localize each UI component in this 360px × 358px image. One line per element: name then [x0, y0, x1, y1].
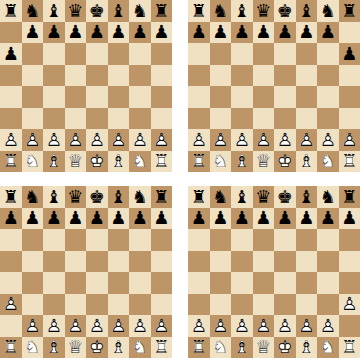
square-h4[interactable] [339, 86, 360, 108]
square-a3[interactable] [188, 108, 210, 130]
square-g2[interactable]: ♟♙ [317, 129, 339, 151]
square-c7[interactable]: ♟ [43, 208, 65, 230]
square-d3[interactable] [65, 294, 87, 316]
square-b2[interactable]: ♟♙ [210, 315, 232, 337]
square-g2[interactable]: ♟♙ [129, 315, 151, 337]
white-king-icon: ♚♔ [277, 338, 293, 356]
square-h6[interactable] [151, 43, 173, 65]
square-b4[interactable] [22, 86, 44, 108]
white-rook-icon: ♜♖ [3, 338, 19, 356]
square-c6[interactable] [43, 43, 65, 65]
square-g5[interactable] [129, 251, 151, 273]
square-c7[interactable]: ♟ [231, 22, 253, 44]
square-f1[interactable]: ♝♗ [296, 151, 318, 173]
square-g4[interactable] [129, 86, 151, 108]
square-c5[interactable] [231, 251, 253, 273]
square-a6[interactable] [188, 229, 210, 251]
square-c3[interactable] [231, 294, 253, 316]
square-c2[interactable]: ♟♙ [231, 129, 253, 151]
square-f7[interactable]: ♟ [296, 208, 318, 230]
square-b1[interactable]: ♞♘ [210, 151, 232, 173]
black-pawn-icon: ♟ [67, 23, 83, 41]
white-pawn-icon: ♟♙ [191, 131, 207, 149]
square-d6[interactable] [65, 43, 87, 65]
square-d2[interactable]: ♟♙ [253, 315, 275, 337]
square-h1[interactable]: ♜♖ [339, 151, 360, 173]
square-g1[interactable]: ♞♘ [129, 337, 151, 358]
square-a8[interactable]: ♜ [188, 186, 210, 208]
square-h7[interactable]: ♟ [151, 208, 173, 230]
square-d7[interactable]: ♟ [65, 208, 87, 230]
square-a3[interactable]: ♟♙ [0, 294, 22, 316]
square-a3[interactable] [188, 294, 210, 316]
square-d8[interactable]: ♛ [253, 186, 275, 208]
square-g1[interactable]: ♞♘ [317, 337, 339, 358]
square-a5[interactable] [188, 65, 210, 87]
square-e1[interactable]: ♚♔ [86, 151, 108, 173]
square-g2[interactable]: ♟♙ [129, 129, 151, 151]
square-f4[interactable] [296, 272, 318, 294]
square-b3[interactable] [22, 294, 44, 316]
square-e2[interactable]: ♟♙ [86, 315, 108, 337]
square-b8[interactable]: ♞ [22, 0, 44, 22]
square-h8[interactable]: ♜ [339, 186, 360, 208]
square-b5[interactable] [22, 251, 44, 273]
square-f3[interactable] [108, 294, 130, 316]
square-b1[interactable]: ♞♘ [22, 151, 44, 173]
square-d5[interactable] [65, 65, 87, 87]
square-b5[interactable] [22, 65, 44, 87]
square-h8[interactable]: ♜ [151, 186, 173, 208]
square-e2[interactable]: ♟♙ [274, 315, 296, 337]
square-e3[interactable] [86, 108, 108, 130]
square-f5[interactable] [296, 65, 318, 87]
square-c8[interactable]: ♝ [43, 0, 65, 22]
square-g8[interactable]: ♞ [129, 0, 151, 22]
square-b4[interactable] [210, 86, 232, 108]
square-h7[interactable] [339, 22, 360, 44]
square-a2[interactable]: ♟♙ [0, 129, 22, 151]
square-a3[interactable] [0, 108, 22, 130]
black-rook-icon: ♜ [341, 2, 357, 20]
square-g5[interactable] [317, 251, 339, 273]
square-g4[interactable] [129, 272, 151, 294]
square-g5[interactable] [129, 65, 151, 87]
square-d5[interactable] [65, 251, 87, 273]
square-b1[interactable]: ♞♘ [22, 337, 44, 358]
square-f6[interactable] [296, 229, 318, 251]
square-b2[interactable]: ♟♙ [22, 129, 44, 151]
square-c3[interactable] [43, 108, 65, 130]
square-d2[interactable]: ♟♙ [65, 315, 87, 337]
white-rook-icon: ♜♖ [153, 338, 169, 356]
white-pawn-icon: ♟♙ [24, 317, 40, 335]
square-e4[interactable] [86, 272, 108, 294]
square-f6[interactable] [108, 229, 130, 251]
square-h2[interactable]: ♟♙ [151, 315, 173, 337]
square-g7[interactable]: ♟ [129, 22, 151, 44]
square-b4[interactable] [210, 272, 232, 294]
square-h4[interactable] [339, 272, 360, 294]
square-e1[interactable]: ♚♔ [274, 151, 296, 173]
square-d8[interactable]: ♛ [65, 186, 87, 208]
square-g7[interactable]: ♟ [317, 208, 339, 230]
square-a4[interactable] [188, 272, 210, 294]
square-b7[interactable]: ♟ [22, 208, 44, 230]
square-h6[interactable]: ♟ [339, 43, 360, 65]
square-e6[interactable] [86, 43, 108, 65]
square-b6[interactable] [22, 229, 44, 251]
chess-boards-grid: ♜♞♝♛♚♝♞♜♟♟♟♟♟♟♟♟♟♙♟♙♟♙♟♙♟♙♟♙♟♙♟♙♜♖♞♘♝♗♛♕… [0, 0, 360, 358]
square-d4[interactable] [65, 86, 87, 108]
square-d8[interactable]: ♛ [65, 0, 87, 22]
square-e8[interactable]: ♚ [274, 186, 296, 208]
square-h5[interactable] [339, 251, 360, 273]
square-b7[interactable]: ♟ [210, 22, 232, 44]
square-b7[interactable]: ♟ [210, 208, 232, 230]
square-e1[interactable]: ♚♔ [86, 337, 108, 358]
black-knight-icon: ♞ [132, 188, 148, 206]
square-h1[interactable]: ♜♖ [151, 337, 173, 358]
square-a4[interactable] [0, 272, 22, 294]
black-pawn-icon: ♟ [132, 23, 148, 41]
white-pawn-icon: ♟♙ [132, 317, 148, 335]
square-b6[interactable] [210, 43, 232, 65]
black-rook-icon: ♜ [153, 188, 169, 206]
square-f7[interactable]: ♟ [108, 22, 130, 44]
black-bishop-icon: ♝ [110, 188, 126, 206]
square-f1[interactable]: ♝♗ [296, 337, 318, 358]
square-f8[interactable]: ♝ [108, 0, 130, 22]
square-g6[interactable] [129, 229, 151, 251]
square-f2[interactable]: ♟♙ [296, 129, 318, 151]
square-d1[interactable]: ♛♕ [65, 151, 87, 173]
square-d1[interactable]: ♛♕ [253, 151, 275, 173]
square-c6[interactable] [231, 43, 253, 65]
square-c2[interactable]: ♟♙ [43, 315, 65, 337]
square-e7[interactable]: ♟ [274, 22, 296, 44]
square-c5[interactable] [43, 65, 65, 87]
square-c1[interactable]: ♝♗ [231, 151, 253, 173]
square-f5[interactable] [108, 251, 130, 273]
square-f8[interactable]: ♝ [296, 186, 318, 208]
square-b3[interactable] [22, 108, 44, 130]
square-f7[interactable]: ♟ [108, 208, 130, 230]
square-a1[interactable]: ♜♖ [0, 151, 22, 173]
square-h8[interactable]: ♜ [151, 0, 173, 22]
square-d7[interactable]: ♟ [253, 22, 275, 44]
square-c6[interactable] [43, 229, 65, 251]
square-e8[interactable]: ♚ [274, 0, 296, 22]
square-e3[interactable] [86, 294, 108, 316]
square-f3[interactable] [296, 294, 318, 316]
square-e2[interactable]: ♟♙ [274, 129, 296, 151]
square-a7[interactable]: ♟ [188, 208, 210, 230]
square-a5[interactable] [0, 65, 22, 87]
square-d5[interactable] [253, 251, 275, 273]
square-c7[interactable]: ♟ [231, 208, 253, 230]
square-h4[interactable] [151, 86, 173, 108]
square-b1[interactable]: ♞♘ [210, 337, 232, 358]
square-g8[interactable]: ♞ [317, 186, 339, 208]
square-b6[interactable] [210, 229, 232, 251]
square-a7[interactable]: ♟ [188, 22, 210, 44]
square-e4[interactable] [274, 272, 296, 294]
white-knight-icon: ♞♘ [132, 338, 148, 356]
square-h5[interactable] [151, 251, 173, 273]
square-h6[interactable] [339, 229, 360, 251]
black-pawn-icon: ♟ [255, 23, 271, 41]
square-h3[interactable]: ♟♙ [339, 294, 360, 316]
square-d2[interactable]: ♟♙ [253, 129, 275, 151]
square-e5[interactable] [274, 251, 296, 273]
square-f8[interactable]: ♝ [296, 0, 318, 22]
white-bishop-icon: ♝♗ [46, 338, 62, 356]
black-bishop-icon: ♝ [298, 2, 314, 20]
square-e3[interactable] [274, 294, 296, 316]
square-d1[interactable]: ♛♕ [65, 337, 87, 358]
square-a6[interactable] [188, 43, 210, 65]
square-b8[interactable]: ♞ [22, 186, 44, 208]
square-c1[interactable]: ♝♗ [43, 337, 65, 358]
square-g4[interactable] [317, 86, 339, 108]
chess-board-top-left: ♜♞♝♛♚♝♞♜♟♟♟♟♟♟♟♟♟♙♟♙♟♙♟♙♟♙♟♙♟♙♟♙♜♖♞♘♝♗♛♕… [0, 0, 172, 172]
white-pawn-icon: ♟♙ [153, 131, 169, 149]
square-e5[interactable] [86, 251, 108, 273]
square-b6[interactable] [22, 43, 44, 65]
square-g6[interactable] [317, 229, 339, 251]
black-rook-icon: ♜ [3, 2, 19, 20]
square-c3[interactable] [43, 294, 65, 316]
black-bishop-icon: ♝ [298, 188, 314, 206]
square-c4[interactable] [231, 86, 253, 108]
black-rook-icon: ♜ [191, 2, 207, 20]
square-e8[interactable]: ♚ [86, 0, 108, 22]
square-d4[interactable] [253, 86, 275, 108]
black-pawn-icon: ♟ [46, 23, 62, 41]
square-c5[interactable] [43, 251, 65, 273]
square-d7[interactable]: ♟ [65, 22, 87, 44]
square-g6[interactable] [317, 43, 339, 65]
square-h3[interactable] [151, 108, 173, 130]
square-a7[interactable] [0, 22, 22, 44]
square-g2[interactable]: ♟♙ [317, 315, 339, 337]
square-a2[interactable]: ♟♙ [188, 129, 210, 151]
square-e7[interactable]: ♟ [274, 208, 296, 230]
square-e5[interactable] [86, 65, 108, 87]
square-g7[interactable]: ♟ [317, 22, 339, 44]
square-b8[interactable]: ♞ [210, 186, 232, 208]
square-g3[interactable] [317, 294, 339, 316]
square-b3[interactable] [210, 108, 232, 130]
white-pawn-icon: ♟♙ [255, 317, 271, 335]
square-h2[interactable]: ♟♙ [339, 129, 360, 151]
square-d4[interactable] [65, 272, 87, 294]
square-a8[interactable]: ♜ [0, 0, 22, 22]
square-c1[interactable]: ♝♗ [43, 151, 65, 173]
square-d1[interactable]: ♛♕ [253, 337, 275, 358]
square-d5[interactable] [253, 65, 275, 87]
square-f4[interactable] [296, 86, 318, 108]
black-pawn-icon: ♟ [67, 209, 83, 227]
square-b2[interactable]: ♟♙ [22, 315, 44, 337]
square-c5[interactable] [231, 65, 253, 87]
white-bishop-icon: ♝♗ [46, 152, 62, 170]
square-h1[interactable]: ♜♖ [339, 337, 360, 358]
square-f2[interactable]: ♟♙ [296, 315, 318, 337]
square-b5[interactable] [210, 251, 232, 273]
square-b7[interactable]: ♟ [22, 22, 44, 44]
white-pawn-icon: ♟♙ [341, 131, 357, 149]
square-h8[interactable]: ♜ [339, 0, 360, 22]
square-d3[interactable] [65, 108, 87, 130]
square-e6[interactable] [274, 229, 296, 251]
white-pawn-icon: ♟♙ [24, 131, 40, 149]
square-h3[interactable] [151, 294, 173, 316]
white-pawn-icon: ♟♙ [298, 131, 314, 149]
square-f7[interactable]: ♟ [296, 22, 318, 44]
square-h1[interactable]: ♜♖ [151, 151, 173, 173]
square-d6[interactable] [253, 229, 275, 251]
square-g3[interactable] [317, 108, 339, 130]
square-h4[interactable] [151, 272, 173, 294]
square-h2[interactable]: ♟♙ [151, 129, 173, 151]
square-g1[interactable]: ♞♘ [129, 151, 151, 173]
square-f8[interactable]: ♝ [108, 186, 130, 208]
square-c4[interactable] [231, 272, 253, 294]
square-c4[interactable] [43, 272, 65, 294]
square-h2[interactable] [339, 315, 360, 337]
square-g8[interactable]: ♞ [317, 0, 339, 22]
black-king-icon: ♚ [277, 188, 293, 206]
square-a8[interactable]: ♜ [188, 0, 210, 22]
square-g8[interactable]: ♞ [129, 186, 151, 208]
square-c8[interactable]: ♝ [43, 186, 65, 208]
square-g7[interactable]: ♟ [129, 208, 151, 230]
black-pawn-icon: ♟ [341, 209, 357, 227]
square-c2[interactable]: ♟♙ [231, 315, 253, 337]
square-a6[interactable] [0, 229, 22, 251]
square-h5[interactable] [339, 65, 360, 87]
square-d6[interactable] [253, 43, 275, 65]
black-pawn-icon: ♟ [89, 23, 105, 41]
square-d7[interactable]: ♟ [253, 208, 275, 230]
white-knight-icon: ♞♘ [24, 338, 40, 356]
square-f3[interactable] [108, 108, 130, 130]
square-c2[interactable]: ♟♙ [43, 129, 65, 151]
white-rook-icon: ♜♖ [3, 152, 19, 170]
square-f1[interactable]: ♝♗ [108, 337, 130, 358]
square-d6[interactable] [65, 229, 87, 251]
square-e4[interactable] [86, 86, 108, 108]
square-c6[interactable] [231, 229, 253, 251]
white-pawn-icon: ♟♙ [320, 131, 336, 149]
square-f3[interactable] [296, 108, 318, 130]
square-a5[interactable] [0, 251, 22, 273]
square-a1[interactable]: ♜♖ [188, 151, 210, 173]
black-knight-icon: ♞ [132, 2, 148, 20]
square-a8[interactable]: ♜ [0, 186, 22, 208]
square-c3[interactable] [231, 108, 253, 130]
square-e6[interactable] [86, 229, 108, 251]
square-b5[interactable] [210, 65, 232, 87]
square-c8[interactable]: ♝ [231, 0, 253, 22]
square-g3[interactable] [129, 108, 151, 130]
square-d3[interactable] [253, 294, 275, 316]
square-c1[interactable]: ♝♗ [231, 337, 253, 358]
white-queen-icon: ♛♕ [67, 152, 83, 170]
square-f1[interactable]: ♝♗ [108, 151, 130, 173]
square-a2[interactable]: ♟♙ [188, 315, 210, 337]
square-c4[interactable] [43, 86, 65, 108]
black-king-icon: ♚ [277, 2, 293, 20]
square-e5[interactable] [274, 65, 296, 87]
square-b4[interactable] [22, 272, 44, 294]
square-c7[interactable]: ♟ [43, 22, 65, 44]
square-f5[interactable] [108, 65, 130, 87]
square-a1[interactable]: ♜♖ [0, 337, 22, 358]
square-h3[interactable] [339, 108, 360, 130]
square-f5[interactable] [296, 251, 318, 273]
square-d3[interactable] [253, 108, 275, 130]
square-e1[interactable]: ♚♔ [274, 337, 296, 358]
square-a5[interactable] [188, 251, 210, 273]
square-h6[interactable] [151, 229, 173, 251]
square-d8[interactable]: ♛ [253, 0, 275, 22]
black-pawn-icon: ♟ [277, 209, 293, 227]
square-f4[interactable] [108, 272, 130, 294]
square-c8[interactable]: ♝ [231, 186, 253, 208]
square-f2[interactable]: ♟♙ [108, 129, 130, 151]
square-b2[interactable]: ♟♙ [210, 129, 232, 151]
square-d2[interactable]: ♟♙ [65, 129, 87, 151]
square-a6[interactable]: ♟ [0, 43, 22, 65]
square-g5[interactable] [317, 65, 339, 87]
black-king-icon: ♚ [89, 2, 105, 20]
square-f6[interactable] [296, 43, 318, 65]
square-h7[interactable]: ♟ [151, 22, 173, 44]
square-e7[interactable]: ♟ [86, 208, 108, 230]
square-e3[interactable] [274, 108, 296, 130]
square-e8[interactable]: ♚ [86, 186, 108, 208]
square-d4[interactable] [253, 272, 275, 294]
square-a1[interactable]: ♜♖ [188, 337, 210, 358]
square-f2[interactable]: ♟♙ [108, 315, 130, 337]
square-g3[interactable] [129, 294, 151, 316]
square-h7[interactable]: ♟ [339, 208, 360, 230]
square-a7[interactable]: ♟ [0, 208, 22, 230]
square-e2[interactable]: ♟♙ [86, 129, 108, 151]
square-a4[interactable] [188, 86, 210, 108]
white-bishop-icon: ♝♗ [110, 152, 126, 170]
chess-board-top-right: ♜♞♝♛♚♝♞♜♟♟♟♟♟♟♟♟♟♙♟♙♟♙♟♙♟♙♟♙♟♙♟♙♜♖♞♘♝♗♛♕… [188, 0, 360, 172]
square-h5[interactable] [151, 65, 173, 87]
square-g4[interactable] [317, 272, 339, 294]
square-e4[interactable] [274, 86, 296, 108]
white-pawn-icon: ♟♙ [67, 317, 83, 335]
square-e6[interactable] [274, 43, 296, 65]
square-b3[interactable] [210, 294, 232, 316]
square-b8[interactable]: ♞ [210, 0, 232, 22]
square-f6[interactable] [108, 43, 130, 65]
black-pawn-icon: ♟ [153, 209, 169, 227]
square-g1[interactable]: ♞♘ [317, 151, 339, 173]
square-a4[interactable] [0, 86, 22, 108]
square-f4[interactable] [108, 86, 130, 108]
square-g6[interactable] [129, 43, 151, 65]
square-a2[interactable] [0, 315, 22, 337]
square-e7[interactable]: ♟ [86, 22, 108, 44]
